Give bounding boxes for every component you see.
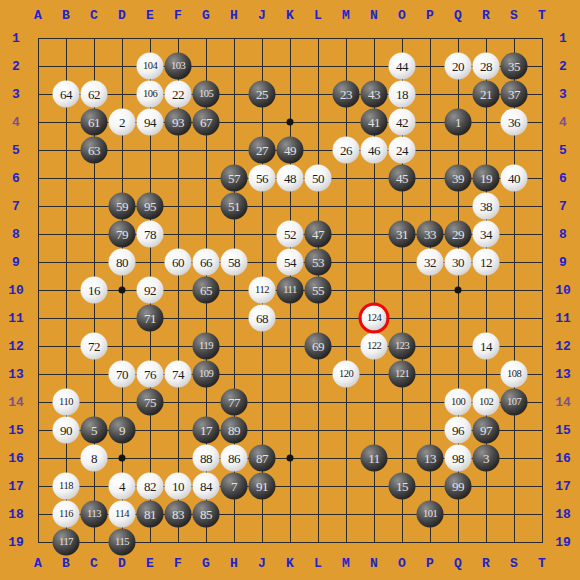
row-label-8: 8 <box>12 227 20 242</box>
row-label-7: 7 <box>12 199 20 214</box>
column-label-P: P <box>426 556 434 571</box>
column-label-E: E <box>146 8 154 23</box>
column-label-F: F <box>174 556 182 571</box>
stone-black-R15: 97 <box>473 417 500 444</box>
stone-white-G16: 88 <box>193 445 220 472</box>
column-label-P: P <box>426 8 434 23</box>
stone-white-E3: 106 <box>137 81 164 108</box>
row-label-14: 14 <box>555 395 571 410</box>
stone-white-K9: 54 <box>277 249 304 276</box>
stone-black-O13: 121 <box>389 361 416 388</box>
stone-white-G17: 84 <box>193 473 220 500</box>
stone-white-B3: 64 <box>53 81 80 108</box>
stone-black-R16: 3 <box>473 445 500 472</box>
column-label-O: O <box>398 556 406 571</box>
row-label-8: 8 <box>559 227 567 242</box>
stone-white-Q15: 96 <box>445 417 472 444</box>
row-label-13: 13 <box>555 367 571 382</box>
stone-black-B19: 117 <box>53 529 80 556</box>
column-label-A: A <box>34 8 42 23</box>
stone-white-Q2: 20 <box>445 53 472 80</box>
stone-black-L9: 53 <box>305 249 332 276</box>
stone-white-C3: 62 <box>81 81 108 108</box>
go-board[interactable]: AABBCCDDEEFFGGHHJJKKLLMMNNOOPPQQRRSSTT11… <box>0 0 580 580</box>
stone-white-R8: 34 <box>473 221 500 248</box>
column-label-J: J <box>258 8 266 23</box>
stone-white-J6: 56 <box>249 165 276 192</box>
stone-black-E18: 81 <box>137 501 164 528</box>
column-label-L: L <box>314 556 322 571</box>
row-label-11: 11 <box>8 311 24 326</box>
stone-black-E14: 75 <box>137 389 164 416</box>
stone-black-F4: 93 <box>165 109 192 136</box>
grid-line-vertical <box>346 38 347 543</box>
row-label-6: 6 <box>12 171 20 186</box>
stone-white-K6: 48 <box>277 165 304 192</box>
go-game-viewer: AABBCCDDEEFFGGHHJJKKLLMMNNOOPPQQRRSSTT11… <box>0 0 580 580</box>
column-label-D: D <box>118 556 126 571</box>
stone-white-R12: 14 <box>473 333 500 360</box>
row-label-19: 19 <box>8 535 24 550</box>
stone-white-J10: 112 <box>249 277 276 304</box>
stone-black-S3: 37 <box>501 81 528 108</box>
column-label-R: R <box>482 556 490 571</box>
column-label-K: K <box>286 8 294 23</box>
stone-white-B18: 116 <box>53 501 80 528</box>
stone-black-C18: 113 <box>81 501 108 528</box>
stone-black-L10: 55 <box>305 277 332 304</box>
row-label-17: 17 <box>8 479 24 494</box>
stone-black-S2: 35 <box>501 53 528 80</box>
row-label-15: 15 <box>8 423 24 438</box>
row-label-10: 10 <box>8 283 24 298</box>
row-label-7: 7 <box>559 199 567 214</box>
stone-black-F18: 83 <box>165 501 192 528</box>
stone-black-Q8: 29 <box>445 221 472 248</box>
row-label-14: 14 <box>8 395 24 410</box>
stone-black-G12: 119 <box>193 333 220 360</box>
row-label-12: 12 <box>8 339 24 354</box>
row-label-12: 12 <box>555 339 571 354</box>
column-label-S: S <box>510 556 518 571</box>
stone-black-L12: 69 <box>305 333 332 360</box>
stone-black-P8: 33 <box>417 221 444 248</box>
stone-white-M5: 26 <box>333 137 360 164</box>
row-label-13: 13 <box>8 367 24 382</box>
stone-white-H16: 86 <box>221 445 248 472</box>
stone-black-O6: 45 <box>389 165 416 192</box>
stone-black-H7: 51 <box>221 193 248 220</box>
stone-white-M13: 120 <box>333 361 360 388</box>
stone-white-O2: 44 <box>389 53 416 80</box>
row-label-1: 1 <box>559 31 567 46</box>
column-label-J: J <box>258 556 266 571</box>
stone-white-N12: 122 <box>361 333 388 360</box>
stone-white-J11: 68 <box>249 305 276 332</box>
column-label-K: K <box>286 556 294 571</box>
stone-black-N3: 43 <box>361 81 388 108</box>
stone-white-D4: 2 <box>109 109 136 136</box>
stone-black-E7: 95 <box>137 193 164 220</box>
row-label-9: 9 <box>12 255 20 270</box>
stone-black-G4: 67 <box>193 109 220 136</box>
stone-white-H9: 58 <box>221 249 248 276</box>
stone-black-C4: 61 <box>81 109 108 136</box>
stone-black-H15: 89 <box>221 417 248 444</box>
stone-black-J16: 87 <box>249 445 276 472</box>
stone-black-O8: 31 <box>389 221 416 248</box>
column-label-O: O <box>398 8 406 23</box>
row-label-3: 3 <box>559 87 567 102</box>
stone-black-G18: 85 <box>193 501 220 528</box>
column-label-D: D <box>118 8 126 23</box>
stone-black-K5: 49 <box>277 137 304 164</box>
column-label-B: B <box>62 8 70 23</box>
column-label-C: C <box>90 556 98 571</box>
column-label-Q: Q <box>454 556 462 571</box>
stone-black-N16: 11 <box>361 445 388 472</box>
stone-white-E10: 92 <box>137 277 164 304</box>
row-label-4: 4 <box>559 115 567 130</box>
column-label-S: S <box>510 8 518 23</box>
stone-black-D8: 79 <box>109 221 136 248</box>
column-label-G: G <box>202 8 210 23</box>
stone-white-D17: 4 <box>109 473 136 500</box>
stone-black-P16: 13 <box>417 445 444 472</box>
stone-white-E4: 94 <box>137 109 164 136</box>
stone-white-E13: 76 <box>137 361 164 388</box>
column-label-A: A <box>34 556 42 571</box>
stone-white-G9: 66 <box>193 249 220 276</box>
stone-black-J5: 27 <box>249 137 276 164</box>
stone-white-P9: 32 <box>417 249 444 276</box>
column-label-H: H <box>230 8 238 23</box>
column-label-N: N <box>370 8 378 23</box>
stone-white-S13: 108 <box>501 361 528 388</box>
column-label-Q: Q <box>454 8 462 23</box>
stone-black-C5: 63 <box>81 137 108 164</box>
stone-black-L8: 47 <box>305 221 332 248</box>
row-label-2: 2 <box>12 59 20 74</box>
column-label-T: T <box>538 8 546 23</box>
row-label-1: 1 <box>12 31 20 46</box>
stone-black-O17: 15 <box>389 473 416 500</box>
column-label-N: N <box>370 556 378 571</box>
stone-black-Q6: 39 <box>445 165 472 192</box>
grid-line-vertical <box>542 38 543 543</box>
row-label-11: 11 <box>555 311 571 326</box>
column-label-C: C <box>90 8 98 23</box>
stone-black-R3: 21 <box>473 81 500 108</box>
stone-black-O12: 123 <box>389 333 416 360</box>
row-label-15: 15 <box>555 423 571 438</box>
stone-black-G3: 105 <box>193 81 220 108</box>
column-label-G: G <box>202 556 210 571</box>
stone-white-R14: 102 <box>473 389 500 416</box>
stone-white-E8: 78 <box>137 221 164 248</box>
stone-black-Q4: 1 <box>445 109 472 136</box>
stone-black-S14: 107 <box>501 389 528 416</box>
stone-white-D18: 114 <box>109 501 136 528</box>
stone-white-O3: 18 <box>389 81 416 108</box>
stone-black-E11: 71 <box>137 305 164 332</box>
row-label-3: 3 <box>12 87 20 102</box>
stone-white-O4: 42 <box>389 109 416 136</box>
star-point-D16 <box>119 455 126 462</box>
stone-white-E2: 104 <box>137 53 164 80</box>
column-label-H: H <box>230 556 238 571</box>
stone-white-C12: 72 <box>81 333 108 360</box>
stone-white-B15: 90 <box>53 417 80 444</box>
row-label-18: 18 <box>555 507 571 522</box>
stone-black-H6: 57 <box>221 165 248 192</box>
stone-white-R9: 12 <box>473 249 500 276</box>
row-label-6: 6 <box>559 171 567 186</box>
row-label-16: 16 <box>555 451 571 466</box>
stone-black-H17: 7 <box>221 473 248 500</box>
stone-black-G15: 17 <box>193 417 220 444</box>
stone-white-N5: 46 <box>361 137 388 164</box>
row-label-9: 9 <box>559 255 567 270</box>
row-label-5: 5 <box>12 143 20 158</box>
row-label-5: 5 <box>559 143 567 158</box>
stone-white-F17: 10 <box>165 473 192 500</box>
grid-line-horizontal <box>38 318 543 319</box>
stone-white-B17: 118 <box>53 473 80 500</box>
stone-black-F2: 103 <box>165 53 192 80</box>
column-label-B: B <box>62 556 70 571</box>
row-label-19: 19 <box>555 535 571 550</box>
column-label-T: T <box>538 556 546 571</box>
stone-black-M3: 23 <box>333 81 360 108</box>
column-label-L: L <box>314 8 322 23</box>
stone-black-D7: 59 <box>109 193 136 220</box>
row-label-10: 10 <box>555 283 571 298</box>
stone-white-K8: 52 <box>277 221 304 248</box>
stone-white-R2: 28 <box>473 53 500 80</box>
stone-white-R7: 38 <box>473 193 500 220</box>
column-label-M: M <box>342 8 350 23</box>
stone-black-C15: 5 <box>81 417 108 444</box>
column-label-F: F <box>174 8 182 23</box>
stone-black-K10: 111 <box>277 277 304 304</box>
row-label-4: 4 <box>12 115 20 130</box>
stone-white-D13: 70 <box>109 361 136 388</box>
star-point-K16 <box>287 455 294 462</box>
row-label-17: 17 <box>555 479 571 494</box>
stone-white-Q9: 30 <box>445 249 472 276</box>
stone-white-F9: 60 <box>165 249 192 276</box>
stone-white-N11-last-move: 124 <box>359 303 390 334</box>
stone-white-E17: 82 <box>137 473 164 500</box>
grid-line-horizontal <box>38 346 543 347</box>
stone-white-D9: 80 <box>109 249 136 276</box>
stone-white-B14: 110 <box>53 389 80 416</box>
stone-black-R6: 19 <box>473 165 500 192</box>
stone-black-H14: 77 <box>221 389 248 416</box>
stone-white-Q14: 100 <box>445 389 472 416</box>
stone-white-C10: 16 <box>81 277 108 304</box>
star-point-K4 <box>287 119 294 126</box>
stone-white-C16: 8 <box>81 445 108 472</box>
stone-black-D19: 115 <box>109 529 136 556</box>
stone-black-J17: 91 <box>249 473 276 500</box>
stone-black-Q17: 99 <box>445 473 472 500</box>
stone-white-F3: 22 <box>165 81 192 108</box>
stone-white-S6: 40 <box>501 165 528 192</box>
stone-white-S4: 36 <box>501 109 528 136</box>
stone-white-Q16: 98 <box>445 445 472 472</box>
stone-black-G10: 65 <box>193 277 220 304</box>
column-label-R: R <box>482 8 490 23</box>
stone-black-P18: 101 <box>417 501 444 528</box>
star-point-D10 <box>119 287 126 294</box>
stone-black-N4: 41 <box>361 109 388 136</box>
stone-white-F13: 74 <box>165 361 192 388</box>
stone-white-L6: 50 <box>305 165 332 192</box>
row-label-2: 2 <box>559 59 567 74</box>
star-point-Q10 <box>455 287 462 294</box>
column-label-M: M <box>342 556 350 571</box>
stone-black-J3: 25 <box>249 81 276 108</box>
column-label-E: E <box>146 556 154 571</box>
stone-black-G13: 109 <box>193 361 220 388</box>
stone-black-D15: 9 <box>109 417 136 444</box>
row-label-18: 18 <box>8 507 24 522</box>
stone-white-O5: 24 <box>389 137 416 164</box>
row-label-16: 16 <box>8 451 24 466</box>
